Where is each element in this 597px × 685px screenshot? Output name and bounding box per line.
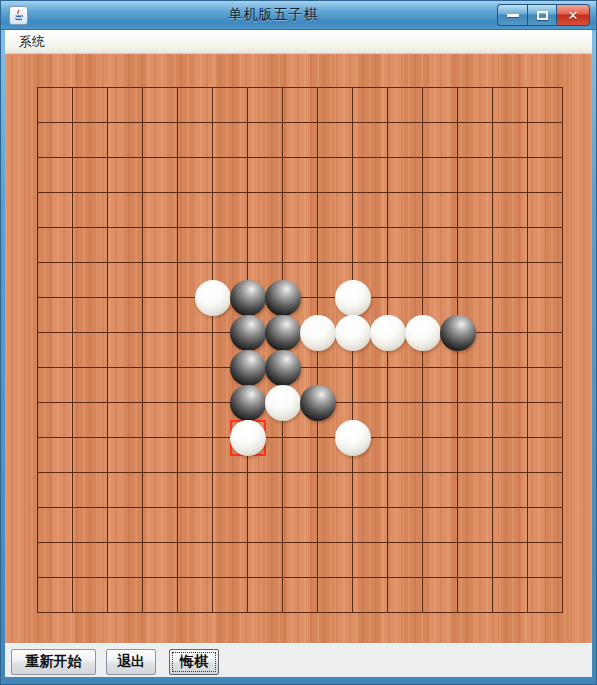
board-cell[interactable]	[38, 298, 73, 333]
board-cell[interactable]	[108, 88, 143, 123]
board-cell[interactable]	[353, 543, 388, 578]
board-cell[interactable]	[388, 508, 423, 543]
minimize-button[interactable]	[497, 4, 527, 26]
board-cell[interactable]	[388, 88, 423, 123]
board-cell[interactable]	[318, 578, 353, 613]
menubar: 系统	[5, 30, 592, 54]
board-cell[interactable]	[248, 578, 283, 613]
board-cell[interactable]	[283, 228, 318, 263]
board-cell[interactable]	[108, 263, 143, 298]
board-cell[interactable]	[248, 158, 283, 193]
board-cell[interactable]	[458, 263, 493, 298]
undo-button[interactable]: 悔棋	[169, 649, 219, 675]
board-cell[interactable]	[458, 508, 493, 543]
board-cell[interactable]	[388, 123, 423, 158]
board-cell[interactable]	[108, 438, 143, 473]
board-cell[interactable]	[108, 333, 143, 368]
board-cell[interactable]	[493, 193, 528, 228]
board-cell[interactable]	[178, 193, 213, 228]
board-cell[interactable]	[283, 88, 318, 123]
maximize-icon	[537, 11, 548, 20]
board-cell[interactable]	[213, 403, 248, 438]
java-cup-glyph	[12, 9, 25, 22]
board-cell[interactable]	[248, 123, 283, 158]
board-cell[interactable]	[493, 88, 528, 123]
titlebar: 单机版五子棋 ✕	[1, 1, 596, 30]
board-cell[interactable]	[143, 403, 178, 438]
board-cell[interactable]	[73, 298, 108, 333]
board-cell[interactable]	[248, 508, 283, 543]
board-cell[interactable]	[493, 438, 528, 473]
board-cell[interactable]	[248, 473, 283, 508]
board-panel	[5, 54, 592, 643]
board-cell[interactable]	[108, 123, 143, 158]
board-cell[interactable]	[38, 368, 73, 403]
board-cell[interactable]	[143, 123, 178, 158]
board-cell[interactable]	[458, 333, 493, 368]
board-cell[interactable]	[493, 123, 528, 158]
board-cell[interactable]	[318, 543, 353, 578]
board-cell[interactable]	[493, 263, 528, 298]
board-cell[interactable]	[528, 473, 563, 508]
board-cell[interactable]	[528, 298, 563, 333]
minimize-icon	[507, 14, 519, 17]
board-cell[interactable]	[73, 543, 108, 578]
board-cell[interactable]	[283, 578, 318, 613]
board-cell[interactable]	[318, 228, 353, 263]
board-cell[interactable]	[388, 403, 423, 438]
board-cell[interactable]	[38, 473, 73, 508]
board-cell[interactable]	[458, 298, 493, 333]
board-cell[interactable]	[108, 473, 143, 508]
board-cell[interactable]	[528, 263, 563, 298]
board-cell[interactable]	[423, 298, 458, 333]
board-cell[interactable]	[458, 543, 493, 578]
board-cell[interactable]	[353, 438, 388, 473]
java-coffee-cup-icon[interactable]	[9, 6, 28, 25]
board-cell[interactable]	[213, 473, 248, 508]
board-cell[interactable]	[388, 263, 423, 298]
board-cell[interactable]	[423, 543, 458, 578]
board-cell[interactable]	[213, 578, 248, 613]
board-cell[interactable]	[143, 158, 178, 193]
board-cell[interactable]	[528, 123, 563, 158]
board-cell[interactable]	[143, 368, 178, 403]
board-cell[interactable]	[458, 473, 493, 508]
board-cell[interactable]	[318, 368, 353, 403]
board-cell[interactable]	[213, 88, 248, 123]
board-cell[interactable]	[248, 438, 283, 473]
board-cell[interactable]	[178, 298, 213, 333]
board-cell[interactable]	[528, 438, 563, 473]
board-cell[interactable]	[458, 228, 493, 263]
board-cell[interactable]	[423, 368, 458, 403]
board-cell[interactable]	[143, 508, 178, 543]
board-cell[interactable]	[318, 193, 353, 228]
board-cell[interactable]	[423, 578, 458, 613]
board-cell[interactable]	[248, 228, 283, 263]
board-cell[interactable]	[388, 473, 423, 508]
board-cell[interactable]	[213, 123, 248, 158]
board-cell[interactable]	[73, 158, 108, 193]
board-cell[interactable]	[73, 193, 108, 228]
board-cell[interactable]	[213, 228, 248, 263]
board-cell[interactable]	[38, 88, 73, 123]
board-cell[interactable]	[108, 158, 143, 193]
board-cell[interactable]	[143, 473, 178, 508]
exit-button[interactable]: 退出	[106, 649, 156, 675]
board-cell[interactable]	[213, 368, 248, 403]
board-cell[interactable]	[353, 368, 388, 403]
board-cell[interactable]	[388, 578, 423, 613]
board-cell[interactable]	[423, 193, 458, 228]
board-cell[interactable]	[178, 473, 213, 508]
board-cell[interactable]	[73, 508, 108, 543]
board-cell[interactable]	[38, 228, 73, 263]
board-cell[interactable]	[528, 158, 563, 193]
board-cell[interactable]	[458, 88, 493, 123]
board-cell[interactable]	[178, 123, 213, 158]
board-cell[interactable]	[213, 543, 248, 578]
board-cell[interactable]	[38, 403, 73, 438]
board-cell[interactable]	[493, 403, 528, 438]
restart-button[interactable]: 重新开始	[11, 649, 96, 675]
board-cell[interactable]	[318, 438, 353, 473]
board-cell[interactable]	[38, 158, 73, 193]
window-title: 单机版五子棋	[61, 1, 486, 29]
board-cell[interactable]	[423, 228, 458, 263]
board-cell[interactable]	[38, 263, 73, 298]
board-cell[interactable]	[458, 123, 493, 158]
board-cell[interactable]	[353, 508, 388, 543]
board-cell[interactable]	[528, 228, 563, 263]
board-cell[interactable]	[143, 333, 178, 368]
close-button[interactable]: ✕	[557, 4, 590, 26]
board-cell[interactable]	[38, 123, 73, 158]
board-cell[interactable]	[248, 403, 283, 438]
board-cell[interactable]	[248, 543, 283, 578]
board-cell[interactable]	[388, 228, 423, 263]
board-cell[interactable]	[528, 403, 563, 438]
board-cell[interactable]	[178, 228, 213, 263]
client-area: 系统 重新开始 退出 悔棋	[5, 30, 592, 677]
board-cell[interactable]	[73, 438, 108, 473]
board-cell[interactable]	[388, 333, 423, 368]
board-cell[interactable]	[283, 473, 318, 508]
close-icon: ✕	[568, 8, 579, 23]
menu-item-system[interactable]: 系统	[13, 31, 51, 53]
board-cell[interactable]	[143, 228, 178, 263]
board-cell[interactable]	[283, 158, 318, 193]
board-cell[interactable]	[318, 403, 353, 438]
board-cell[interactable]	[493, 473, 528, 508]
board-cell[interactable]	[423, 333, 458, 368]
board-cell[interactable]	[143, 298, 178, 333]
board-cell[interactable]	[108, 403, 143, 438]
board-cell[interactable]	[353, 298, 388, 333]
window-controls: ✕	[497, 4, 590, 26]
board-cell[interactable]	[248, 193, 283, 228]
board-cell[interactable]	[528, 368, 563, 403]
board-cell[interactable]	[423, 158, 458, 193]
board-cell[interactable]	[318, 88, 353, 123]
board-cell[interactable]	[318, 158, 353, 193]
board-cell[interactable]	[388, 543, 423, 578]
board-cell[interactable]	[73, 263, 108, 298]
board-cell[interactable]	[353, 578, 388, 613]
board-cell[interactable]	[528, 508, 563, 543]
board-cell[interactable]	[493, 543, 528, 578]
board-cell[interactable]	[178, 333, 213, 368]
board-cell[interactable]	[528, 578, 563, 613]
board-cell[interactable]	[248, 368, 283, 403]
board-cell[interactable]	[178, 543, 213, 578]
board-cell[interactable]	[318, 333, 353, 368]
board-cell[interactable]	[248, 88, 283, 123]
board-cell[interactable]	[423, 123, 458, 158]
board-cell[interactable]	[178, 438, 213, 473]
board-cell[interactable]	[318, 263, 353, 298]
board-cell[interactable]	[38, 508, 73, 543]
board-cell[interactable]	[528, 193, 563, 228]
board-cell[interactable]	[248, 333, 283, 368]
board-cell[interactable]	[353, 333, 388, 368]
board-cell[interactable]	[388, 298, 423, 333]
board-cell[interactable]	[458, 368, 493, 403]
board-cell[interactable]	[73, 88, 108, 123]
board-cell[interactable]	[318, 298, 353, 333]
board-cell[interactable]	[388, 193, 423, 228]
board-cell[interactable]	[353, 193, 388, 228]
board-cell[interactable]	[283, 333, 318, 368]
board-cell[interactable]	[493, 368, 528, 403]
board-cell[interactable]	[283, 193, 318, 228]
board-cell[interactable]	[283, 403, 318, 438]
board-cell[interactable]	[423, 403, 458, 438]
app-window: 单机版五子棋 ✕ 系统 重新开始 退出 悔棋	[0, 0, 597, 685]
board-cell[interactable]	[178, 403, 213, 438]
board-cell[interactable]	[248, 263, 283, 298]
board-cell[interactable]	[423, 263, 458, 298]
board-cell[interactable]	[73, 578, 108, 613]
board-cell[interactable]	[38, 333, 73, 368]
button-panel: 重新开始 退出 悔棋	[5, 643, 592, 677]
board-cell[interactable]	[38, 193, 73, 228]
board-cell[interactable]	[353, 403, 388, 438]
board-cell[interactable]	[108, 508, 143, 543]
board-cell[interactable]	[73, 403, 108, 438]
board-cell[interactable]	[283, 298, 318, 333]
board-cell[interactable]	[108, 368, 143, 403]
board-cell[interactable]	[458, 438, 493, 473]
board-cell[interactable]	[178, 368, 213, 403]
board-cell[interactable]	[493, 333, 528, 368]
board-cell[interactable]	[283, 508, 318, 543]
board-cell[interactable]	[178, 158, 213, 193]
board-cell[interactable]	[318, 473, 353, 508]
board-cell[interactable]	[143, 543, 178, 578]
board-cell[interactable]	[388, 438, 423, 473]
board-cell[interactable]	[108, 578, 143, 613]
board-cell[interactable]	[38, 578, 73, 613]
board-cell[interactable]	[143, 578, 178, 613]
gomoku-board[interactable]	[37, 87, 563, 613]
board-cell[interactable]	[73, 368, 108, 403]
board-cell[interactable]	[283, 263, 318, 298]
board-cell[interactable]	[388, 158, 423, 193]
board-cell[interactable]	[318, 508, 353, 543]
board-cell[interactable]	[213, 193, 248, 228]
board-cell[interactable]	[73, 333, 108, 368]
board-cell[interactable]	[528, 88, 563, 123]
board-cell[interactable]	[143, 88, 178, 123]
board-cell[interactable]	[458, 578, 493, 613]
board-cell[interactable]	[143, 438, 178, 473]
board-cell[interactable]	[353, 473, 388, 508]
board-cell[interactable]	[458, 193, 493, 228]
board-cell[interactable]	[213, 158, 248, 193]
board-cell[interactable]	[388, 368, 423, 403]
board-cell[interactable]	[353, 228, 388, 263]
board-cell[interactable]	[213, 263, 248, 298]
board-cell[interactable]	[283, 543, 318, 578]
board-cell[interactable]	[528, 333, 563, 368]
board-cell[interactable]	[213, 298, 248, 333]
board-cell[interactable]	[353, 123, 388, 158]
board-cell[interactable]	[353, 263, 388, 298]
board-cell[interactable]	[213, 333, 248, 368]
board-cell[interactable]	[353, 158, 388, 193]
board-cell[interactable]	[73, 123, 108, 158]
board-cell[interactable]	[248, 298, 283, 333]
board-cell[interactable]	[423, 508, 458, 543]
board-cell[interactable]	[178, 263, 213, 298]
board-cell[interactable]	[143, 193, 178, 228]
board-cell[interactable]	[458, 158, 493, 193]
board-cell[interactable]	[493, 578, 528, 613]
board-cell[interactable]	[143, 263, 178, 298]
board-cell[interactable]	[178, 88, 213, 123]
board-cell[interactable]	[458, 403, 493, 438]
board-cell[interactable]	[493, 298, 528, 333]
board-cell[interactable]	[38, 438, 73, 473]
board-cell[interactable]	[318, 123, 353, 158]
board-cell[interactable]	[178, 508, 213, 543]
board-cell[interactable]	[213, 438, 248, 473]
board-cell[interactable]	[493, 158, 528, 193]
board-cell[interactable]	[353, 88, 388, 123]
board-cell[interactable]	[73, 473, 108, 508]
board-cell[interactable]	[283, 438, 318, 473]
board-cell[interactable]	[108, 193, 143, 228]
board-cell[interactable]	[73, 228, 108, 263]
board-cell[interactable]	[283, 368, 318, 403]
board-cell[interactable]	[423, 473, 458, 508]
board-cell[interactable]	[108, 298, 143, 333]
board-cell[interactable]	[528, 543, 563, 578]
board-cell[interactable]	[38, 543, 73, 578]
board-cell[interactable]	[108, 228, 143, 263]
board-cell[interactable]	[178, 578, 213, 613]
maximize-button[interactable]	[527, 4, 557, 26]
board-cell[interactable]	[493, 228, 528, 263]
board-cell[interactable]	[423, 438, 458, 473]
board-cell[interactable]	[213, 508, 248, 543]
board-cell[interactable]	[283, 123, 318, 158]
board-cell[interactable]	[108, 543, 143, 578]
board-cell[interactable]	[493, 508, 528, 543]
board-cell[interactable]	[423, 88, 458, 123]
